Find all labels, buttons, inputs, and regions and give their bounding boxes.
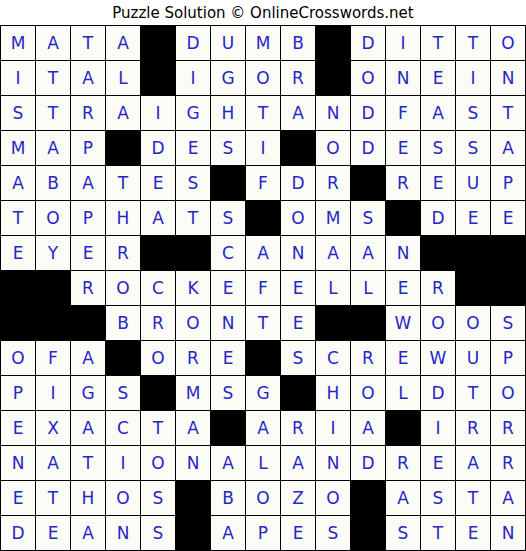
black-cell-r15c11 xyxy=(351,516,386,551)
letter-cell-r8c9: E xyxy=(281,271,316,306)
letter-cell-r4c7: S xyxy=(211,131,246,166)
letter-cell-r4c1: M xyxy=(1,131,36,166)
black-cell-r10c8 xyxy=(246,341,281,376)
black-cell-r7c14 xyxy=(456,236,491,271)
letter-cell-r6c6: T xyxy=(176,201,211,236)
letter-cell-r11c14: T xyxy=(456,376,491,411)
letter-cell-r9c4: B xyxy=(106,306,141,341)
letter-cell-r15c5: S xyxy=(141,516,176,551)
letter-cell-r4c12: E xyxy=(386,131,421,166)
letter-cell-r10c6: R xyxy=(176,341,211,376)
letter-cell-r11c11: O xyxy=(351,376,386,411)
letter-cell-r14c12: A xyxy=(386,481,421,516)
letter-cell-r2c4: L xyxy=(106,61,141,96)
letter-cell-r15c2: E xyxy=(36,516,71,551)
letter-cell-r11c2: I xyxy=(36,376,71,411)
letter-cell-r10c10: C xyxy=(316,341,351,376)
letter-cell-r5c14: U xyxy=(456,166,491,201)
letter-cell-r7c12: N xyxy=(386,236,421,271)
black-cell-r4c4 xyxy=(106,131,141,166)
black-cell-r6c12 xyxy=(386,201,421,236)
letter-cell-r15c1: D xyxy=(1,516,36,551)
letter-cell-r2c2: T xyxy=(36,61,71,96)
letter-cell-r6c11: S xyxy=(351,201,386,236)
letter-cell-r14c2: T xyxy=(36,481,71,516)
letter-cell-r13c4: I xyxy=(106,446,141,481)
black-cell-r9c3 xyxy=(71,306,106,341)
black-cell-r9c2 xyxy=(36,306,71,341)
letter-cell-r12c15: R xyxy=(491,411,526,446)
letter-cell-r15c12: S xyxy=(386,516,421,551)
letter-cell-r8c12: E xyxy=(386,271,421,306)
letter-cell-r13c3: T xyxy=(71,446,106,481)
letter-cell-r8c4: O xyxy=(106,271,141,306)
letter-cell-r4c10: O xyxy=(316,131,351,166)
letter-cell-r5c6: S xyxy=(176,166,211,201)
letter-cell-r3c7: H xyxy=(211,96,246,131)
letter-cell-r12c10: I xyxy=(316,411,351,446)
letter-cell-r3c12: F xyxy=(386,96,421,131)
letter-cell-r1c6: D xyxy=(176,26,211,61)
black-cell-r4c9 xyxy=(281,131,316,166)
letter-cell-r14c14: T xyxy=(456,481,491,516)
letter-cell-r3c9: A xyxy=(281,96,316,131)
letter-cell-r1c9: B xyxy=(281,26,316,61)
black-cell-r7c15 xyxy=(491,236,526,271)
letter-cell-r12c4: C xyxy=(106,411,141,446)
letter-cell-r15c13: T xyxy=(421,516,456,551)
letter-cell-r11c10: H xyxy=(316,376,351,411)
letter-cell-r4c15: A xyxy=(491,131,526,166)
letter-cell-r6c14: E xyxy=(456,201,491,236)
letter-cell-r8c6: K xyxy=(176,271,211,306)
letter-cell-r10c9: S xyxy=(281,341,316,376)
letter-cell-r14c15: A xyxy=(491,481,526,516)
letter-cell-r4c13: S xyxy=(421,131,456,166)
black-cell-r5c7 xyxy=(211,166,246,201)
black-cell-r8c15 xyxy=(491,271,526,306)
letter-cell-r6c4: H xyxy=(106,201,141,236)
letter-cell-r13c6: N xyxy=(176,446,211,481)
letter-cell-r12c5: T xyxy=(141,411,176,446)
letter-cell-r14c4: O xyxy=(106,481,141,516)
letter-cell-r5c9: D xyxy=(281,166,316,201)
letter-cell-r1c1: M xyxy=(1,26,36,61)
letter-cell-r4c5: D xyxy=(141,131,176,166)
letter-cell-r13c2: A xyxy=(36,446,71,481)
letter-cell-r13c1: N xyxy=(1,446,36,481)
letter-cell-r10c7: E xyxy=(211,341,246,376)
letter-cell-r11c8: G xyxy=(246,376,281,411)
letter-cell-r15c4: N xyxy=(106,516,141,551)
black-cell-r9c1 xyxy=(1,306,36,341)
letter-cell-r1c3: T xyxy=(71,26,106,61)
letter-cell-r9c8: T xyxy=(246,306,281,341)
letter-cell-r10c1: O xyxy=(1,341,36,376)
letter-cell-r13c11: D xyxy=(351,446,386,481)
letter-cell-r8c10: L xyxy=(316,271,351,306)
letter-cell-r7c10: A xyxy=(316,236,351,271)
letter-cell-r13c7: A xyxy=(211,446,246,481)
letter-cell-r7c2: Y xyxy=(36,236,71,271)
letter-cell-r7c7: C xyxy=(211,236,246,271)
letter-cell-r6c10: M xyxy=(316,201,351,236)
black-cell-r14c11 xyxy=(351,481,386,516)
letter-cell-r14c3: H xyxy=(71,481,106,516)
letter-cell-r11c4: S xyxy=(106,376,141,411)
letter-cell-r1c15: O xyxy=(491,26,526,61)
letter-cell-r12c2: X xyxy=(36,411,71,446)
letter-cell-r2c7: G xyxy=(211,61,246,96)
letter-cell-r1c13: T xyxy=(421,26,456,61)
letter-cell-r2c15: N xyxy=(491,61,526,96)
letter-cell-r15c7: A xyxy=(211,516,246,551)
letter-cell-r3c10: N xyxy=(316,96,351,131)
letter-cell-r4c6: E xyxy=(176,131,211,166)
black-cell-r15c6 xyxy=(176,516,211,551)
letter-cell-r2c11: O xyxy=(351,61,386,96)
letter-cell-r4c14: S xyxy=(456,131,491,166)
page-title: Puzzle Solution © OnlineCrosswords.net xyxy=(112,4,413,22)
letter-cell-r10c11: R xyxy=(351,341,386,376)
letter-cell-r5c15: P xyxy=(491,166,526,201)
letter-cell-r3c11: D xyxy=(351,96,386,131)
black-cell-r2c5 xyxy=(141,61,176,96)
letter-cell-r2c12: N xyxy=(386,61,421,96)
letter-cell-r15c9: E xyxy=(281,516,316,551)
black-cell-r8c2 xyxy=(36,271,71,306)
letter-cell-r14c13: S xyxy=(421,481,456,516)
letter-cell-r6c9: O xyxy=(281,201,316,236)
black-cell-r8c14 xyxy=(456,271,491,306)
letter-cell-r3c13: A xyxy=(421,96,456,131)
letter-cell-r14c1: E xyxy=(1,481,36,516)
letter-cell-r15c15: N xyxy=(491,516,526,551)
letter-cell-r7c4: R xyxy=(106,236,141,271)
letter-cell-r2c1: I xyxy=(1,61,36,96)
black-cell-r5c11 xyxy=(351,166,386,201)
letter-cell-r10c2: F xyxy=(36,341,71,376)
letter-cell-r8c8: F xyxy=(246,271,281,306)
letter-cell-r11c13: D xyxy=(421,376,456,411)
letter-cell-r11c3: G xyxy=(71,376,106,411)
letter-cell-r2c6: I xyxy=(176,61,211,96)
letter-cell-r1c2: A xyxy=(36,26,71,61)
letter-cell-r13c8: L xyxy=(246,446,281,481)
letter-cell-r5c5: E xyxy=(141,166,176,201)
letter-cell-r12c14: R xyxy=(456,411,491,446)
letter-cell-r5c13: E xyxy=(421,166,456,201)
black-cell-r6c8 xyxy=(246,201,281,236)
letter-cell-r9c14: O xyxy=(456,306,491,341)
letter-cell-r14c5: S xyxy=(141,481,176,516)
letter-cell-r7c11: A xyxy=(351,236,386,271)
letter-cell-r11c1: P xyxy=(1,376,36,411)
letter-cell-r15c3: A xyxy=(71,516,106,551)
letter-cell-r9c12: W xyxy=(386,306,421,341)
crossword-grid: MATADUMBDITTOITALIGORONEINSTRAIGHTANDFAS… xyxy=(0,25,526,551)
letter-cell-r10c13: W xyxy=(421,341,456,376)
letter-cell-r7c1: E xyxy=(1,236,36,271)
letter-cell-r10c15: P xyxy=(491,341,526,376)
letter-cell-r3c4: A xyxy=(106,96,141,131)
black-cell-r8c1 xyxy=(1,271,36,306)
letter-cell-r3c3: R xyxy=(71,96,106,131)
letter-cell-r6c2: O xyxy=(36,201,71,236)
black-cell-r1c5 xyxy=(141,26,176,61)
letter-cell-r15c10: S xyxy=(316,516,351,551)
letter-cell-r3c5: I xyxy=(141,96,176,131)
letter-cell-r9c9: E xyxy=(281,306,316,341)
letter-cell-r2c3: A xyxy=(71,61,106,96)
black-cell-r9c10 xyxy=(316,306,351,341)
letter-cell-r11c7: S xyxy=(211,376,246,411)
letter-cell-r12c1: E xyxy=(1,411,36,446)
letter-cell-r4c11: D xyxy=(351,131,386,166)
letter-cell-r5c8: F xyxy=(246,166,281,201)
letter-cell-r13c13: E xyxy=(421,446,456,481)
letter-cell-r1c12: I xyxy=(386,26,421,61)
letter-cell-r3c6: G xyxy=(176,96,211,131)
letter-cell-r2c14: I xyxy=(456,61,491,96)
letter-cell-r9c13: O xyxy=(421,306,456,341)
letter-cell-r4c3: P xyxy=(71,131,106,166)
letter-cell-r12c6: A xyxy=(176,411,211,446)
letter-cell-r11c6: M xyxy=(176,376,211,411)
letter-cell-r14c9: Z xyxy=(281,481,316,516)
letter-cell-r5c1: A xyxy=(1,166,36,201)
letter-cell-r6c5: A xyxy=(141,201,176,236)
letter-cell-r2c8: O xyxy=(246,61,281,96)
letter-cell-r6c13: D xyxy=(421,201,456,236)
letter-cell-r14c10: O xyxy=(316,481,351,516)
letter-cell-r13c15: R xyxy=(491,446,526,481)
black-cell-r2c10 xyxy=(316,61,351,96)
letter-cell-r3c8: T xyxy=(246,96,281,131)
letter-cell-r1c4: A xyxy=(106,26,141,61)
letter-cell-r4c2: A xyxy=(36,131,71,166)
letter-cell-r7c3: E xyxy=(71,236,106,271)
letter-cell-r1c14: T xyxy=(456,26,491,61)
letter-cell-r13c9: A xyxy=(281,446,316,481)
title-bar: Puzzle Solution © OnlineCrosswords.net xyxy=(0,0,526,25)
letter-cell-r15c14: E xyxy=(456,516,491,551)
letter-cell-r3c14: S xyxy=(456,96,491,131)
black-cell-r1c10 xyxy=(316,26,351,61)
letter-cell-r13c12: R xyxy=(386,446,421,481)
letter-cell-r9c5: R xyxy=(141,306,176,341)
puzzle-solution-page: Puzzle Solution © OnlineCrosswords.net M… xyxy=(0,0,526,551)
letter-cell-r5c12: R xyxy=(386,166,421,201)
letter-cell-r12c13: I xyxy=(421,411,456,446)
letter-cell-r8c5: C xyxy=(141,271,176,306)
letter-cell-r6c3: P xyxy=(71,201,106,236)
letter-cell-r13c14: A xyxy=(456,446,491,481)
black-cell-r7c6 xyxy=(176,236,211,271)
letter-cell-r15c8: P xyxy=(246,516,281,551)
letter-cell-r11c15: O xyxy=(491,376,526,411)
letter-cell-r8c7: E xyxy=(211,271,246,306)
letter-cell-r10c5: O xyxy=(141,341,176,376)
letter-cell-r7c8: A xyxy=(246,236,281,271)
letter-cell-r6c7: S xyxy=(211,201,246,236)
letter-cell-r2c9: R xyxy=(281,61,316,96)
letter-cell-r9c6: O xyxy=(176,306,211,341)
letter-cell-r1c8: M xyxy=(246,26,281,61)
black-cell-r7c13 xyxy=(421,236,456,271)
black-cell-r7c5 xyxy=(141,236,176,271)
letter-cell-r8c13: R xyxy=(421,271,456,306)
letter-cell-r5c10: R xyxy=(316,166,351,201)
black-cell-r12c7 xyxy=(211,411,246,446)
letter-cell-r11c12: L xyxy=(386,376,421,411)
letter-cell-r5c3: A xyxy=(71,166,106,201)
letter-cell-r1c7: U xyxy=(211,26,246,61)
letter-cell-r12c8: A xyxy=(246,411,281,446)
letter-cell-r12c11: A xyxy=(351,411,386,446)
letter-cell-r1c11: D xyxy=(351,26,386,61)
letter-cell-r10c12: E xyxy=(386,341,421,376)
letter-cell-r3c15: T xyxy=(491,96,526,131)
letter-cell-r13c5: O xyxy=(141,446,176,481)
letter-cell-r10c14: U xyxy=(456,341,491,376)
black-cell-r10c4 xyxy=(106,341,141,376)
letter-cell-r13c10: N xyxy=(316,446,351,481)
letter-cell-r12c3: A xyxy=(71,411,106,446)
letter-cell-r2c13: E xyxy=(421,61,456,96)
letter-cell-r6c1: T xyxy=(1,201,36,236)
letter-cell-r4c8: I xyxy=(246,131,281,166)
letter-cell-r9c15: S xyxy=(491,306,526,341)
black-cell-r9c11 xyxy=(351,306,386,341)
black-cell-r14c6 xyxy=(176,481,211,516)
letter-cell-r8c11: L xyxy=(351,271,386,306)
letter-cell-r3c1: S xyxy=(1,96,36,131)
letter-cell-r7c9: N xyxy=(281,236,316,271)
letter-cell-r5c4: T xyxy=(106,166,141,201)
letter-cell-r3c2: T xyxy=(36,96,71,131)
letter-cell-r12c9: R xyxy=(281,411,316,446)
letter-cell-r14c8: O xyxy=(246,481,281,516)
letter-cell-r8c3: R xyxy=(71,271,106,306)
black-cell-r11c9 xyxy=(281,376,316,411)
letter-cell-r5c2: B xyxy=(36,166,71,201)
black-cell-r12c12 xyxy=(386,411,421,446)
letter-cell-r9c7: N xyxy=(211,306,246,341)
letter-cell-r10c3: A xyxy=(71,341,106,376)
letter-cell-r6c15: E xyxy=(491,201,526,236)
letter-cell-r14c7: B xyxy=(211,481,246,516)
black-cell-r11c5 xyxy=(141,376,176,411)
